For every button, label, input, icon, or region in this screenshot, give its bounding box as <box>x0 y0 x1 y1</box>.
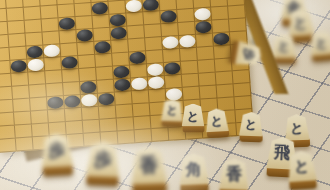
go-intersection <box>13 98 31 112</box>
go-intersection <box>109 14 127 28</box>
go-intersection <box>228 5 246 19</box>
white-stone <box>81 94 98 107</box>
shogi-piece-lance: 香 <box>218 158 249 190</box>
piece-top-face: と <box>205 108 229 132</box>
go-intersection <box>211 6 229 20</box>
go-intersection <box>131 77 149 91</box>
shogi-piece-lance: 香 <box>130 146 168 190</box>
black-stone <box>213 32 230 45</box>
go-intersection <box>200 85 218 99</box>
shogi-piece-tokin: と <box>182 104 205 133</box>
go-intersection <box>212 19 230 33</box>
piece-top-face: 角 <box>178 153 209 185</box>
go-intersection <box>213 32 231 46</box>
go-intersection <box>59 17 77 31</box>
go-intersection <box>133 103 151 117</box>
black-stone <box>94 41 111 54</box>
go-intersection <box>26 32 44 46</box>
piece-kanji: と <box>187 109 199 121</box>
piece-top-face: と <box>182 104 205 127</box>
black-stone <box>142 0 159 11</box>
piece-kanji: と <box>290 120 304 133</box>
go-intersection <box>63 82 81 96</box>
go-intersection <box>82 107 100 121</box>
go-intersection <box>162 36 180 50</box>
go-intersection <box>11 73 29 87</box>
black-stone <box>109 14 126 27</box>
piece-top-face: 香 <box>219 158 250 190</box>
piece-top-face: 歩 <box>235 41 263 69</box>
go-intersection <box>75 16 93 30</box>
go-intersection <box>178 22 196 36</box>
go-intersection <box>110 27 128 41</box>
black-stone <box>160 10 177 23</box>
piece-kanji: 歩 <box>94 150 113 169</box>
go-intersection <box>234 83 252 97</box>
black-stone <box>114 78 131 91</box>
white-stone <box>194 8 211 21</box>
go-intersection <box>93 28 111 42</box>
go-intersection <box>148 76 166 90</box>
black-stone <box>195 21 212 34</box>
piece-kanji: 角 <box>186 161 203 178</box>
go-intersection <box>135 129 153 143</box>
go-intersection <box>48 109 66 123</box>
go-intersection <box>100 118 118 132</box>
go-intersection <box>8 21 26 35</box>
go-intersection <box>42 18 60 32</box>
go-intersection <box>0 113 15 127</box>
go-intersection <box>79 68 97 82</box>
go-intersection <box>183 87 201 101</box>
go-intersection <box>182 74 200 88</box>
piece-kanji: と <box>294 158 310 174</box>
black-stone <box>113 65 130 78</box>
go-intersection <box>144 24 162 38</box>
piece-kanji: と <box>210 114 223 127</box>
shogi-piece-pawn: 歩 <box>40 133 74 177</box>
piece-top-face: と <box>161 99 184 122</box>
go-intersection <box>0 126 16 140</box>
go-intersection <box>81 94 99 108</box>
go-intersection <box>94 41 112 55</box>
piece-top-face: と <box>239 112 264 137</box>
white-stone <box>147 63 164 76</box>
white-stone <box>27 58 44 71</box>
go-intersection <box>43 44 61 58</box>
go-intersection <box>198 59 216 73</box>
go-intersection <box>10 60 28 74</box>
go-intersection <box>181 61 199 75</box>
go-intersection <box>95 54 113 68</box>
go-intersection <box>25 19 43 33</box>
go-intersection <box>46 83 64 97</box>
piece-kanji: 香 <box>226 166 243 183</box>
go-intersection <box>27 58 45 72</box>
go-intersection <box>80 81 98 95</box>
go-intersection <box>145 37 163 51</box>
go-intersection <box>31 110 49 124</box>
go-intersection <box>0 100 14 114</box>
shogi-piece-tokin: と <box>238 112 263 143</box>
go-intersection <box>59 30 77 44</box>
piece-top-face: と <box>309 30 330 56</box>
go-intersection <box>41 5 59 19</box>
shogi-piece-tokin: と <box>286 150 318 190</box>
go-intersection <box>77 42 95 56</box>
go-intersection <box>164 62 182 76</box>
go-intersection <box>96 67 114 81</box>
go-intersection <box>26 45 44 59</box>
go-intersection <box>126 12 144 26</box>
go-intersection <box>99 105 117 119</box>
go-intersection <box>58 4 76 18</box>
go-intersection <box>64 95 82 109</box>
go-intersection <box>61 56 79 70</box>
board-photo-stage: 金とととと歩ととととと飛角香と歩歩香 <box>0 0 330 190</box>
piece-kanji: と <box>245 118 258 130</box>
go-intersection <box>180 48 198 62</box>
go-intersection <box>217 84 235 98</box>
piece-kanji: 香 <box>139 155 159 175</box>
go-intersection <box>60 43 78 57</box>
go-intersection <box>229 18 247 32</box>
white-stone <box>179 35 196 48</box>
black-stone <box>92 2 109 15</box>
go-intersection <box>45 70 63 84</box>
go-intersection <box>163 49 181 63</box>
black-stone <box>98 93 115 106</box>
go-intersection <box>199 72 217 86</box>
go-intersection <box>9 47 27 61</box>
go-intersection <box>24 6 42 20</box>
go-intersection <box>129 51 147 65</box>
white-stone <box>125 0 142 13</box>
black-stone <box>64 95 81 108</box>
go-intersection <box>92 2 110 16</box>
go-intersection <box>78 55 96 69</box>
go-intersection <box>114 78 132 92</box>
go-intersection <box>42 31 60 45</box>
go-intersection <box>62 69 80 83</box>
white-stone <box>131 77 148 90</box>
go-intersection <box>117 117 135 131</box>
go-intersection <box>179 35 197 49</box>
go-intersection <box>28 71 46 85</box>
go-intersection <box>151 128 169 142</box>
go-intersection <box>47 96 65 110</box>
black-stone <box>59 17 76 30</box>
go-intersection <box>29 84 47 98</box>
piece-kanji: 歩 <box>242 48 256 62</box>
go-intersection <box>115 91 133 105</box>
black-stone <box>26 45 43 58</box>
go-intersection <box>177 9 195 23</box>
go-intersection <box>116 104 134 118</box>
go-intersection <box>97 80 115 94</box>
go-intersection <box>134 116 152 130</box>
black-stone <box>76 29 93 42</box>
go-intersection <box>98 93 116 107</box>
black-stone <box>80 81 97 94</box>
go-intersection <box>9 34 27 48</box>
go-intersection <box>132 90 150 104</box>
go-intersection <box>92 15 110 29</box>
go-intersection <box>195 21 213 35</box>
go-intersection <box>12 85 30 99</box>
go-intersection <box>112 52 130 66</box>
go-intersection <box>147 63 165 77</box>
go-intersection <box>161 23 179 37</box>
black-stone <box>47 96 64 109</box>
piece-top-face: と <box>272 34 296 58</box>
go-intersection <box>160 10 178 24</box>
go-intersection <box>196 34 214 48</box>
go-intersection <box>15 124 33 138</box>
go-intersection <box>83 120 101 134</box>
go-intersection <box>65 108 83 122</box>
shogi-piece-tokin: と <box>161 99 184 128</box>
go-intersection <box>127 25 145 39</box>
white-stone <box>43 44 60 57</box>
go-intersection <box>76 29 94 43</box>
piece-top-face: 香 <box>130 146 167 184</box>
go-intersection <box>0 87 13 101</box>
shogi-piece-piece-on-goban: 歩 <box>229 40 263 69</box>
piece-kanji: 歩 <box>48 141 66 159</box>
black-stone <box>129 51 146 64</box>
go-intersection <box>30 97 48 111</box>
piece-kanji: と <box>278 40 290 52</box>
black-stone <box>10 60 27 73</box>
go-intersection <box>130 64 148 78</box>
piece-top-face: 歩 <box>86 141 121 177</box>
piece-top-face: 歩 <box>40 133 74 168</box>
white-stone <box>162 36 179 49</box>
black-stone <box>110 27 127 40</box>
shogi-piece-tokin: と <box>309 30 330 62</box>
black-stone <box>164 62 181 75</box>
piece-kanji: と <box>293 15 308 30</box>
go-intersection <box>0 74 12 88</box>
piece-side-face <box>182 126 204 133</box>
go-intersection <box>108 1 126 15</box>
shogi-piece-tokin: と <box>205 108 229 138</box>
piece-top-face: と <box>286 150 317 182</box>
go-intersection <box>143 11 161 25</box>
go-intersection <box>111 39 129 53</box>
shogi-piece-tokin: と <box>272 34 296 64</box>
piece-kanji: と <box>315 36 328 49</box>
go-intersection <box>216 71 234 85</box>
go-intersection <box>7 8 25 22</box>
go-intersection <box>233 70 251 84</box>
go-intersection <box>0 139 17 153</box>
shogi-piece-bishop: 角 <box>178 153 209 190</box>
go-intersection <box>44 57 62 71</box>
white-stone <box>148 76 165 89</box>
black-stone <box>61 56 78 69</box>
go-intersection <box>197 47 215 61</box>
go-intersection <box>146 50 164 64</box>
piece-kanji: と <box>166 105 178 116</box>
go-intersection <box>75 3 93 17</box>
go-intersection <box>113 65 131 79</box>
go-intersection <box>128 38 146 52</box>
shogi-piece-pawn: 歩 <box>85 141 121 186</box>
go-intersection <box>16 137 34 151</box>
go-intersection <box>194 8 212 22</box>
go-intersection <box>14 111 32 125</box>
go-intersection <box>234 96 252 110</box>
go-intersection <box>165 75 183 89</box>
